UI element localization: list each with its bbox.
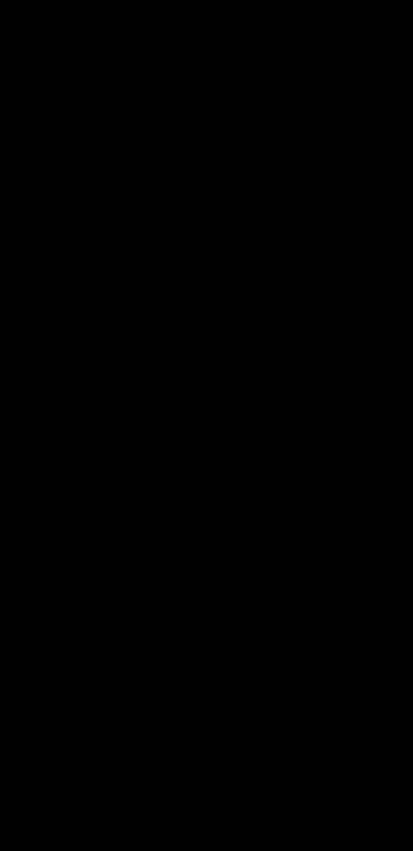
lottery-trend-chart: [0, 0, 413, 851]
draw-history-grid: [11, 0, 379, 851]
